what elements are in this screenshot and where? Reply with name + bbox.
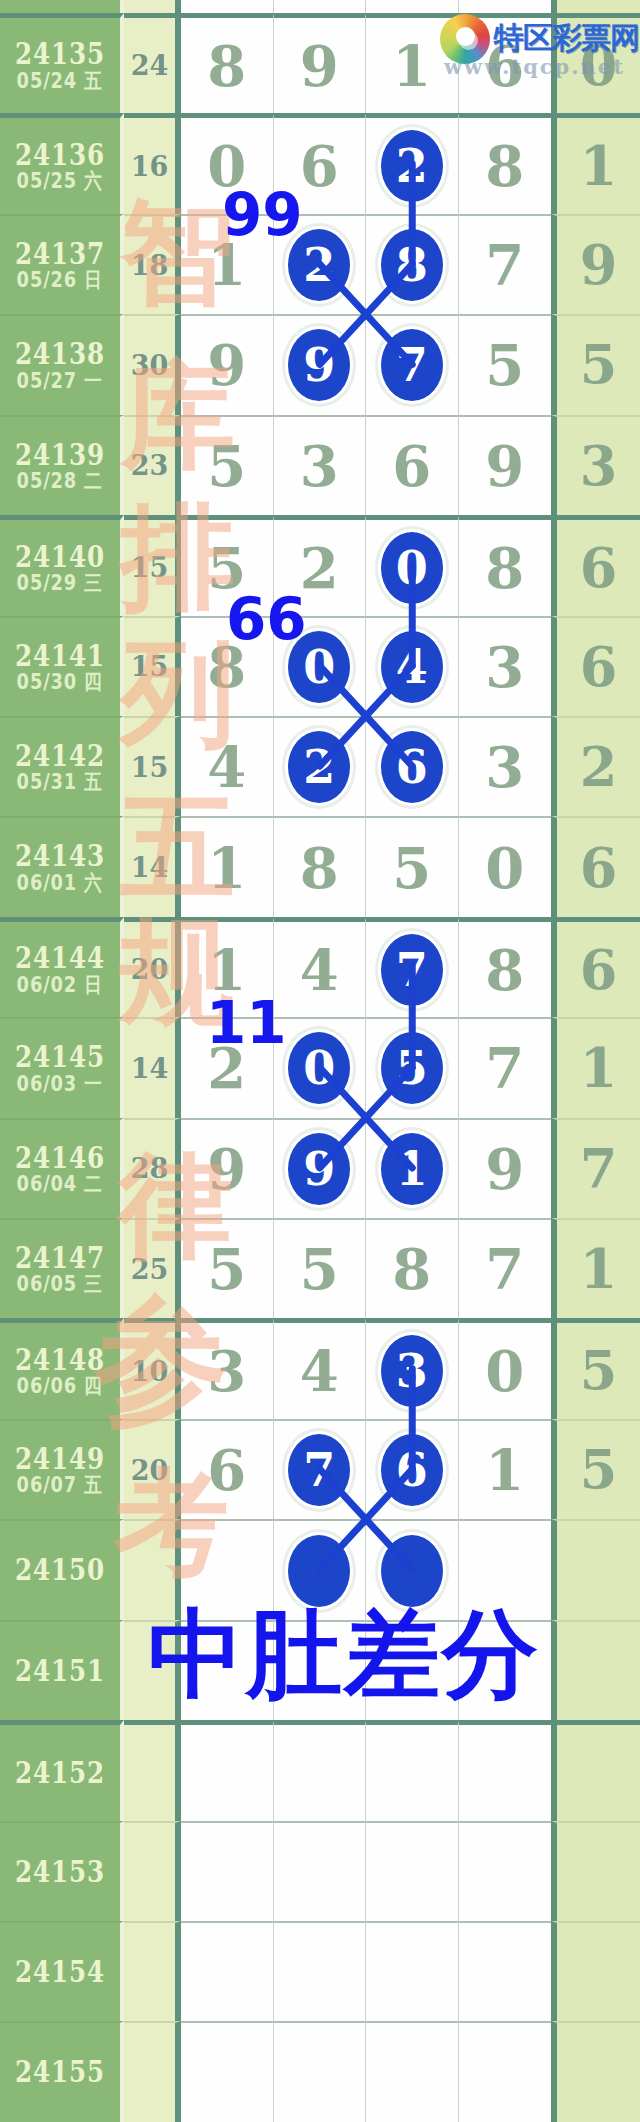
circled-digit: 7 [378, 931, 446, 1009]
digit-cell [459, 1720, 552, 1820]
pailie5-trend-chart: 2413505/24 五24891602413605/25 六160628124… [0, 0, 640, 2122]
row-24137: 2413705/26 日1812879 [0, 214, 640, 314]
tail-digit-cell [551, 1620, 640, 1720]
period-number: 24155 [15, 2057, 105, 2087]
digit-cell: 9 [181, 1118, 274, 1218]
row-24142: 2414205/31 五1542632 [0, 716, 640, 816]
row-24141: 2414105/30 四1580436 [0, 616, 640, 716]
digit-cell: 7 [274, 1419, 367, 1519]
period-date: 06/07 五 [17, 1474, 103, 1496]
tail-digit-cell: 1 [551, 113, 640, 213]
tail-digit-cell: 6 [551, 515, 640, 615]
circled-digit: 9 [285, 326, 353, 404]
board-grid: 2413505/24 五24891602413605/25 六160628124… [0, 0, 640, 2122]
digit-cell: 8 [459, 515, 552, 615]
tail-digit-cell [551, 1921, 640, 2021]
digit-cell: 3 [459, 616, 552, 716]
period-date: 06/02 日 [17, 974, 103, 996]
circled-digit: 0 [285, 1029, 353, 1107]
digit-cell: 8 [366, 1218, 459, 1318]
sum-cell: 20 [124, 1419, 181, 1519]
period-cell: 2414706/05 三 [0, 1218, 124, 1318]
period-cell: 2414606/04 二 [0, 1118, 124, 1218]
digit-cell: 9 [274, 13, 367, 113]
period-number: 24148 [15, 1345, 105, 1375]
sum-cell: 14 [124, 816, 181, 916]
tail-digit-cell: 3 [551, 415, 640, 515]
digit-cell [459, 2021, 552, 2121]
row-24145: 2414506/03 一1420571 [0, 1017, 640, 1117]
period-date: 05/29 三 [17, 572, 103, 594]
digit-cell: 6 [181, 1419, 274, 1519]
period-cell: 2413805/27 一 [0, 314, 124, 414]
cutoff-cell [124, 0, 181, 13]
digit-cell: 9 [274, 314, 367, 414]
digit-cell: 4 [366, 616, 459, 716]
period-number: 24139 [15, 440, 105, 470]
circled-digit: 0 [378, 529, 446, 607]
circled-digit: 9 [285, 1130, 353, 1208]
period-date: 05/26 日 [17, 269, 103, 291]
circled-digit: 6 [378, 728, 446, 806]
digit-cell: 1 [459, 1419, 552, 1519]
digit-cell: 3 [366, 1318, 459, 1418]
row-24143: 2414306/01 六1418506 [0, 816, 640, 916]
sum-cell: 20 [124, 917, 181, 1017]
tail-digit-cell: 5 [551, 1318, 640, 1418]
period-date: 06/05 三 [17, 1273, 103, 1295]
cutoff-cell [274, 0, 367, 13]
period-cell: 2414506/03 一 [0, 1017, 124, 1117]
period-cell: 24151 [0, 1620, 124, 1720]
sum-cell: 15 [124, 515, 181, 615]
circled-digit: 4 [378, 628, 446, 706]
digit-cell: 7 [459, 1218, 552, 1318]
digit-cell [366, 1821, 459, 1921]
tail-digit-cell [551, 2021, 640, 2121]
period-date: 05/28 二 [17, 470, 103, 492]
period-number: 24137 [15, 239, 105, 269]
tail-digit-cell: 6 [551, 816, 640, 916]
period-number: 24142 [15, 741, 105, 771]
digit-cell: 0 [459, 1318, 552, 1418]
period-cell: 2414306/01 六 [0, 816, 124, 916]
circled-digit: 1 [378, 1130, 446, 1208]
sum-cell: 14 [124, 1017, 181, 1117]
digit-cell: 8 [459, 917, 552, 1017]
period-number: 24150 [15, 1555, 105, 1585]
tail-digit-cell: 6 [551, 917, 640, 1017]
row-24148: 2414806/06 四1034305 [0, 1318, 640, 1418]
circled-digit: 3 [378, 1332, 446, 1410]
digit-cell: 9 [274, 1118, 367, 1218]
circled-digit: 8 [378, 226, 446, 304]
row-24153: 24153 [0, 1821, 640, 1921]
pair-label: 11 [206, 994, 287, 1052]
digit-cell: 7 [366, 314, 459, 414]
sum-cell: 25 [124, 1218, 181, 1318]
sum-cell: 28 [124, 1118, 181, 1218]
period-number: 24143 [15, 841, 105, 871]
period-cell: 2413505/24 五 [0, 13, 124, 113]
period-cell: 2414005/29 三 [0, 515, 124, 615]
digit-cell: 9 [181, 314, 274, 414]
sum-cell [124, 1921, 181, 2021]
sum-cell: 24 [124, 13, 181, 113]
tail-digit-cell: 9 [551, 214, 640, 314]
period-number: 24144 [15, 943, 105, 973]
period-date: 06/04 二 [17, 1173, 103, 1195]
period-cell: 24153 [0, 1821, 124, 1921]
period-number: 24147 [15, 1243, 105, 1273]
period-date: 05/27 一 [17, 370, 103, 392]
row-24140: 2414005/29 三1552086 [0, 515, 640, 615]
row-24152: 24152 [0, 1720, 640, 1820]
big-label: 中肚差分 [148, 1606, 540, 1702]
period-number: 24135 [15, 39, 105, 69]
period-number: 24136 [15, 140, 105, 170]
period-date: 05/24 五 [17, 70, 103, 92]
digit-cell: 3 [181, 1318, 274, 1418]
period-number: 24149 [15, 1444, 105, 1474]
period-cell: 2414105/30 四 [0, 616, 124, 716]
row-24138: 2413805/27 一3099755 [0, 314, 640, 414]
digit-cell: 6 [366, 1419, 459, 1519]
digit-cell: 5 [366, 1017, 459, 1117]
period-number: 24146 [15, 1143, 105, 1173]
digit-cell: 1 [181, 816, 274, 916]
digit-cell: 9 [459, 1118, 552, 1218]
digit-cell: 6 [366, 415, 459, 515]
row-24149: 2414906/07 五2067615 [0, 1419, 640, 1519]
cutoff-cell [0, 0, 124, 13]
period-number: 24138 [15, 339, 105, 369]
digit-cell: 1 [366, 1118, 459, 1218]
period-cell: 24155 [0, 2021, 124, 2121]
digit-cell: 2 [366, 113, 459, 213]
digit-cell [274, 1821, 367, 1921]
tail-digit-cell [551, 1821, 640, 1921]
tail-digit-cell: 2 [551, 716, 640, 816]
period-date: 06/03 一 [17, 1073, 103, 1095]
digit-cell: 6 [366, 716, 459, 816]
sum-cell: 23 [124, 415, 181, 515]
row-24139: 2413905/28 二2353693 [0, 415, 640, 515]
circled-digit: 2 [378, 127, 446, 205]
digit-cell [181, 1821, 274, 1921]
digit-cell: 3 [459, 716, 552, 816]
period-cell: 24154 [0, 1921, 124, 2021]
digit-cell [366, 1921, 459, 2021]
sum-cell: 10 [124, 1318, 181, 1418]
digit-cell: 5 [181, 415, 274, 515]
circled-digit: 5 [378, 1029, 446, 1107]
period-cell: 2414406/02 日 [0, 917, 124, 1017]
tail-digit-cell: 1 [551, 1218, 640, 1318]
digit-cell [274, 1921, 367, 2021]
row-24155: 24155 [0, 2021, 640, 2121]
period-date: 06/01 六 [17, 872, 103, 894]
circled-digit: 2 [285, 728, 353, 806]
circled-digit: 7 [378, 326, 446, 404]
circled-digit: 7 [285, 1431, 353, 1509]
sum-cell [124, 1720, 181, 1820]
digit-cell: 4 [274, 917, 367, 1017]
sum-cell: 15 [124, 716, 181, 816]
period-date: 05/25 六 [17, 170, 103, 192]
row-24144: 2414406/02 日2014786 [0, 917, 640, 1017]
site-logo[interactable]: 特区彩票网 www.tqcp.net [436, 12, 640, 78]
digit-cell: 5 [366, 816, 459, 916]
period-cell: 24152 [0, 1720, 124, 1820]
digit-cell: 0 [459, 816, 552, 916]
period-number: 24152 [15, 1758, 105, 1788]
digit-cell: 9 [459, 415, 552, 515]
sum-cell: 16 [124, 113, 181, 213]
digit-cell: 8 [459, 113, 552, 213]
digit-cell: 7 [366, 917, 459, 1017]
logo-url-watermark: www.tqcp.net [444, 54, 625, 79]
sum-cell: 18 [124, 214, 181, 314]
period-number: 24140 [15, 542, 105, 572]
period-number: 24145 [15, 1042, 105, 1072]
digit-cell: 2 [274, 716, 367, 816]
digit-cell: 4 [274, 1318, 367, 1418]
tail-digit-cell [551, 1519, 640, 1619]
digit-cell [459, 1921, 552, 2021]
sum-cell [124, 2021, 181, 2121]
tail-digit-cell: 5 [551, 1419, 640, 1519]
digit-cell: 5 [274, 1218, 367, 1318]
digit-cell [366, 2021, 459, 2121]
digit-cell: 4 [181, 716, 274, 816]
period-date: 05/31 五 [17, 771, 103, 793]
digit-cell [181, 1921, 274, 2021]
tail-digit-cell: 1 [551, 1017, 640, 1117]
period-cell: 2414205/31 五 [0, 716, 124, 816]
logo-text: 特区彩票网 [494, 18, 639, 59]
period-date: 06/06 四 [17, 1375, 103, 1397]
digit-cell [181, 2021, 274, 2121]
row-24136: 2413605/25 六1606281 [0, 113, 640, 213]
digit-cell: 7 [459, 214, 552, 314]
digit-cell: 5 [459, 314, 552, 414]
period-date: 05/30 四 [17, 671, 103, 693]
digit-cell: 8 [181, 13, 274, 113]
digit-cell [459, 1821, 552, 1921]
pair-label: 99 [222, 186, 303, 244]
digit-cell: 3 [274, 415, 367, 515]
period-number: 24154 [15, 1957, 105, 1987]
cutoff-cell [181, 0, 274, 13]
period-cell: 24150 [0, 1519, 124, 1619]
sum-cell: 30 [124, 314, 181, 414]
period-cell: 2413705/26 日 [0, 214, 124, 314]
digit-cell: 8 [366, 214, 459, 314]
circled-digit: 6 [378, 1431, 446, 1509]
row-24146: 2414606/04 二2899197 [0, 1118, 640, 1218]
digit-cell: 5 [181, 1218, 274, 1318]
digit-cell: 8 [274, 816, 367, 916]
digit-cell: 0 [274, 1017, 367, 1117]
digit-cell [181, 1720, 274, 1820]
digit-cell: 0 [366, 515, 459, 615]
tail-digit-cell: 5 [551, 314, 640, 414]
pair-label: 66 [226, 590, 307, 648]
digit-cell [274, 1720, 367, 1820]
tail-digit-cell: 7 [551, 1118, 640, 1218]
period-cell: 2414906/07 五 [0, 1419, 124, 1519]
period-number: 24151 [15, 1656, 105, 1686]
digit-cell [366, 1720, 459, 1820]
sum-cell: 15 [124, 616, 181, 716]
period-cell: 2414806/06 四 [0, 1318, 124, 1418]
row-24147: 2414706/05 三2555871 [0, 1218, 640, 1318]
row-24154: 24154 [0, 1921, 640, 2021]
period-number: 24153 [15, 1857, 105, 1887]
sum-cell [124, 1821, 181, 1921]
digit-cell [274, 2021, 367, 2121]
period-number: 24141 [15, 641, 105, 671]
period-cell: 2413605/25 六 [0, 113, 124, 213]
tail-digit-cell [551, 1720, 640, 1820]
tail-digit-cell: 6 [551, 616, 640, 716]
period-cell: 2413905/28 二 [0, 415, 124, 515]
digit-cell: 7 [459, 1017, 552, 1117]
